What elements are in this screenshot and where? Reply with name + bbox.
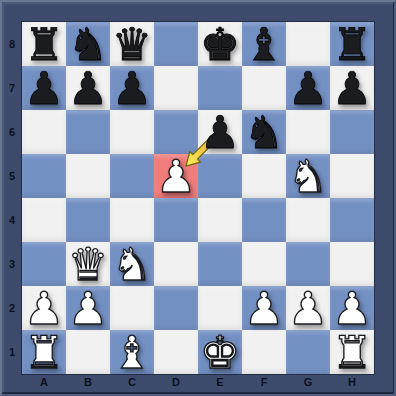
file-label-g: G (286, 375, 330, 390)
square-h7[interactable]: ♟ (330, 66, 374, 110)
rank-label-7: 7 (2, 66, 22, 110)
square-b2[interactable]: ♟ (66, 286, 110, 330)
white-knight[interactable]: ♞ (110, 242, 154, 286)
square-e3[interactable] (198, 242, 242, 286)
square-b6[interactable] (66, 110, 110, 154)
square-a8[interactable]: ♜ (22, 22, 66, 66)
square-g2[interactable]: ♟ (286, 286, 330, 330)
rank-label-1: 1 (2, 330, 22, 374)
black-knight[interactable]: ♞ (242, 110, 286, 154)
square-e1[interactable]: ♚ (198, 330, 242, 374)
square-c3[interactable]: ♞ (110, 242, 154, 286)
square-b7[interactable]: ♟ (66, 66, 110, 110)
black-knight[interactable]: ♞ (66, 22, 110, 66)
square-h1[interactable]: ♜ (330, 330, 374, 374)
square-f3[interactable] (242, 242, 286, 286)
square-f5[interactable] (242, 154, 286, 198)
square-e6[interactable]: ♟ (198, 110, 242, 154)
square-c5[interactable] (110, 154, 154, 198)
square-h3[interactable] (330, 242, 374, 286)
chess-board-frame: ♜♞♛♚♝♜♟♟♟♟♟♟♞♟♞♛♞♟♟♟♟♟♜♝♚♜ 87654321ABCDE… (0, 0, 396, 396)
square-h5[interactable] (330, 154, 374, 198)
rank-label-5: 5 (2, 154, 22, 198)
square-g6[interactable] (286, 110, 330, 154)
square-d2[interactable] (154, 286, 198, 330)
rank-label-6: 6 (2, 110, 22, 154)
white-rook[interactable]: ♜ (330, 330, 374, 374)
white-pawn[interactable]: ♟ (154, 154, 198, 198)
white-pawn[interactable]: ♟ (66, 286, 110, 330)
square-f1[interactable] (242, 330, 286, 374)
square-d8[interactable] (154, 22, 198, 66)
black-rook[interactable]: ♜ (22, 22, 66, 66)
square-c4[interactable] (110, 198, 154, 242)
square-f2[interactable]: ♟ (242, 286, 286, 330)
white-bishop[interactable]: ♝ (110, 330, 154, 374)
black-pawn[interactable]: ♟ (110, 66, 154, 110)
square-a1[interactable]: ♜ (22, 330, 66, 374)
square-f8[interactable]: ♝ (242, 22, 286, 66)
square-b3[interactable]: ♛ (66, 242, 110, 286)
rank-label-2: 2 (2, 286, 22, 330)
square-g3[interactable] (286, 242, 330, 286)
black-pawn[interactable]: ♟ (330, 66, 374, 110)
rank-label-3: 3 (2, 242, 22, 286)
square-g5[interactable]: ♞ (286, 154, 330, 198)
black-pawn[interactable]: ♟ (66, 66, 110, 110)
square-d4[interactable] (154, 198, 198, 242)
square-d7[interactable] (154, 66, 198, 110)
square-g8[interactable] (286, 22, 330, 66)
square-b8[interactable]: ♞ (66, 22, 110, 66)
square-a4[interactable] (22, 198, 66, 242)
square-c2[interactable] (110, 286, 154, 330)
square-e7[interactable] (198, 66, 242, 110)
square-h4[interactable] (330, 198, 374, 242)
white-king[interactable]: ♚ (198, 330, 242, 374)
square-g1[interactable] (286, 330, 330, 374)
black-rook[interactable]: ♜ (330, 22, 374, 66)
square-c1[interactable]: ♝ (110, 330, 154, 374)
square-a7[interactable]: ♟ (22, 66, 66, 110)
square-a2[interactable]: ♟ (22, 286, 66, 330)
black-queen[interactable]: ♛ (110, 22, 154, 66)
white-pawn[interactable]: ♟ (286, 286, 330, 330)
square-e4[interactable] (198, 198, 242, 242)
white-queen[interactable]: ♛ (66, 242, 110, 286)
white-pawn[interactable]: ♟ (330, 286, 374, 330)
square-a6[interactable] (22, 110, 66, 154)
white-rook[interactable]: ♜ (22, 330, 66, 374)
square-h6[interactable] (330, 110, 374, 154)
white-knight[interactable]: ♞ (286, 154, 330, 198)
square-b5[interactable] (66, 154, 110, 198)
black-pawn[interactable]: ♟ (286, 66, 330, 110)
square-d6[interactable] (154, 110, 198, 154)
square-e8[interactable]: ♚ (198, 22, 242, 66)
square-a5[interactable] (22, 154, 66, 198)
white-pawn[interactable]: ♟ (22, 286, 66, 330)
black-bishop[interactable]: ♝ (242, 22, 286, 66)
square-h8[interactable]: ♜ (330, 22, 374, 66)
square-f7[interactable] (242, 66, 286, 110)
square-e5[interactable] (198, 154, 242, 198)
square-g4[interactable] (286, 198, 330, 242)
square-f4[interactable] (242, 198, 286, 242)
black-pawn[interactable]: ♟ (198, 110, 242, 154)
white-pawn[interactable]: ♟ (242, 286, 286, 330)
square-d1[interactable] (154, 330, 198, 374)
square-b1[interactable] (66, 330, 110, 374)
square-d3[interactable] (154, 242, 198, 286)
black-king[interactable]: ♚ (198, 22, 242, 66)
square-c6[interactable] (110, 110, 154, 154)
rank-label-8: 8 (2, 22, 22, 66)
square-h2[interactable]: ♟ (330, 286, 374, 330)
square-f6[interactable]: ♞ (242, 110, 286, 154)
board: ♜♞♛♚♝♜♟♟♟♟♟♟♞♟♞♛♞♟♟♟♟♟♜♝♚♜ (22, 22, 374, 374)
square-c7[interactable]: ♟ (110, 66, 154, 110)
square-a3[interactable] (22, 242, 66, 286)
file-label-b: B (66, 375, 110, 390)
square-c8[interactable]: ♛ (110, 22, 154, 66)
square-g7[interactable]: ♟ (286, 66, 330, 110)
file-label-f: F (242, 375, 286, 390)
black-pawn[interactable]: ♟ (22, 66, 66, 110)
square-e2[interactable] (198, 286, 242, 330)
square-d5[interactable]: ♟ (154, 154, 198, 198)
rank-label-4: 4 (2, 198, 22, 242)
square-b4[interactable] (66, 198, 110, 242)
file-label-d: D (154, 375, 198, 390)
